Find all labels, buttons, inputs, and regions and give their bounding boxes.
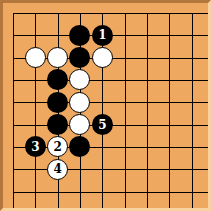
stone-white: [69, 69, 90, 90]
stone-white: [47, 47, 68, 68]
board-intersection-E17: [91, 47, 113, 69]
board-intersection-D17: [69, 47, 91, 69]
board-intersection-C15: [47, 91, 69, 113]
board-intersection-E14: 5: [91, 113, 113, 135]
stone-white: [92, 47, 113, 68]
board-intersection-D14: [69, 113, 91, 135]
stone-black: [69, 25, 90, 46]
stone-black-move-1: 1: [92, 25, 113, 46]
board-intersection-C16: [47, 69, 69, 91]
board-intersection-C13: 2: [47, 136, 69, 158]
board-intersection-C17: [47, 47, 69, 69]
board-intersection-C14: [47, 113, 69, 135]
stone-black: [47, 69, 68, 90]
stone-black-move-3: 3: [25, 136, 46, 157]
stone-white: [69, 114, 90, 135]
stone-black: [69, 136, 90, 157]
board-intersection-D18: [69, 24, 91, 46]
stone-black: [69, 47, 90, 68]
board-intersection-C12: 4: [47, 158, 69, 180]
stone-white-move-4: 4: [47, 159, 68, 180]
stone-black: [47, 92, 68, 113]
board-intersection-D13: [69, 136, 91, 158]
board-intersection-D15: [69, 91, 91, 113]
stone-white-move-2: 2: [47, 136, 68, 157]
stone-white: [25, 47, 46, 68]
board-intersection-B17: [24, 47, 46, 69]
go-board: 15324: [0, 0, 211, 211]
stone-white: [69, 92, 90, 113]
stone-black: [47, 114, 68, 135]
board-intersection-D16: [69, 69, 91, 91]
stones-grid: 15324: [2, 2, 203, 203]
stone-black-move-5: 5: [92, 114, 113, 135]
board-intersection-E18: 1: [91, 24, 113, 46]
board-intersection-B13: 3: [24, 136, 46, 158]
